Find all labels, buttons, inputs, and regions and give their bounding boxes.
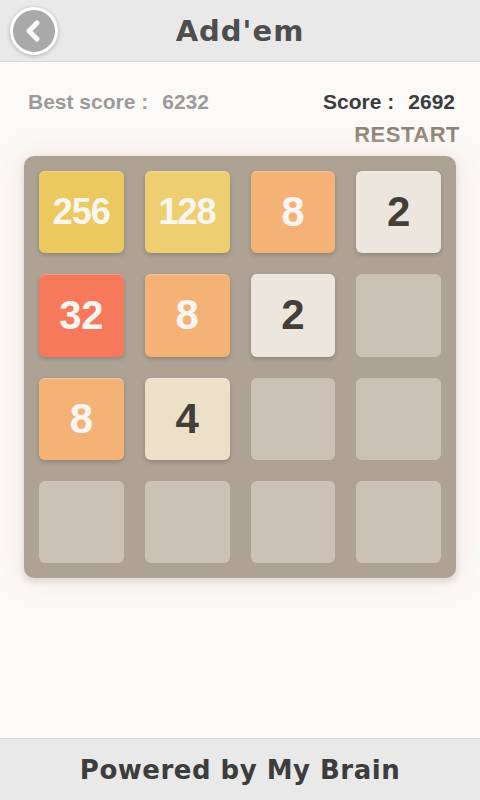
score-label: Score : [323,90,394,113]
tile-2-r2c3: 2 [251,274,336,356]
tile-8-r3c1: 8 [39,378,124,460]
best-score: Best score :6232 [28,90,209,114]
app-screen: Add'em Best score :6232 Score :2692 REST… [0,0,480,800]
tile-32-r2c1: 32 [39,274,124,356]
empty-cell-r3c4 [356,378,441,460]
empty-cell-r4c1 [39,481,124,563]
game-board[interactable]: 25612882328284 [24,156,456,578]
current-score: Score :2692 [323,90,455,114]
restart-button[interactable]: RESTART [354,122,460,148]
best-score-value: 6232 [162,90,209,113]
score-row: Best score :6232 Score :2692 [0,90,480,116]
footer-text: Powered by My Brain [80,755,400,785]
header-bar: Add'em [0,0,480,62]
page-title: Add'em [0,0,480,62]
empty-cell-r4c2 [145,481,230,563]
empty-cell-r4c3 [251,481,336,563]
tile-2-r1c4: 2 [356,171,441,253]
empty-cell-r2c4 [356,274,441,356]
tile-256-r1c1: 256 [39,171,124,253]
tile-4-r3c2: 4 [145,378,230,460]
empty-cell-r4c4 [356,481,441,563]
footer-bar: Powered by My Brain [0,738,480,800]
tile-8-r1c3: 8 [251,171,336,253]
score-value: 2692 [408,90,455,113]
tile-128-r1c2: 128 [145,171,230,253]
tile-8-r2c2: 8 [145,274,230,356]
empty-cell-r3c3 [251,378,336,460]
best-score-label: Best score : [28,90,148,113]
